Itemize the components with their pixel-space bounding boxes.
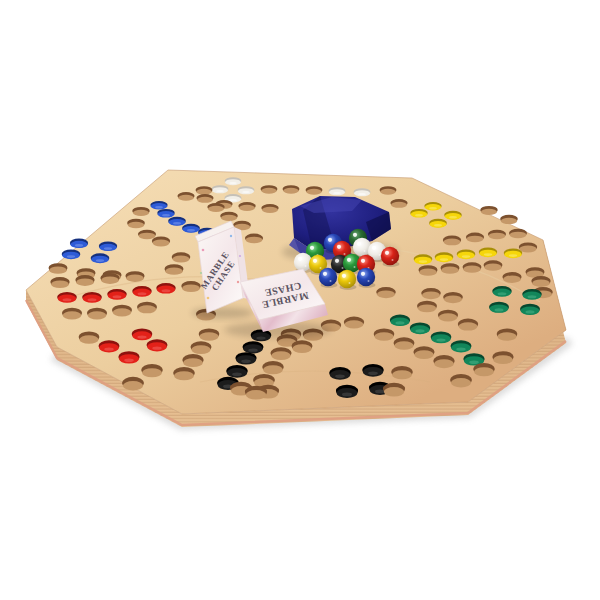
hole-blue[interactable] (62, 249, 81, 259)
hole-unpainted[interactable] (509, 229, 527, 239)
hole-unpainted[interactable] (374, 328, 395, 340)
hole-unpainted[interactable] (417, 301, 437, 313)
hole-blue[interactable] (70, 239, 88, 248)
hole-black[interactable] (242, 341, 263, 353)
hole-blue[interactable] (168, 217, 186, 226)
hole-white[interactable] (329, 187, 346, 195)
hole-unpainted[interactable] (531, 276, 550, 287)
hole-unpainted[interactable] (238, 202, 255, 211)
hole-green[interactable] (451, 340, 472, 352)
hole-unpainted[interactable] (207, 203, 224, 212)
hole-unpainted[interactable] (519, 242, 537, 252)
hole-yellow[interactable] (435, 252, 454, 262)
hole-unpainted[interactable] (100, 273, 119, 284)
hole-unpainted[interactable] (172, 252, 191, 262)
hole-green[interactable] (410, 323, 431, 335)
hole-unpainted[interactable] (438, 310, 458, 322)
hole-unpainted[interactable] (49, 263, 68, 274)
hole-unpainted[interactable] (196, 194, 213, 203)
hole-red[interactable] (132, 286, 152, 297)
box-shadow (191, 308, 253, 319)
marble-red[interactable] (381, 247, 399, 265)
hole-unpainted[interactable] (450, 374, 472, 388)
hole-unpainted[interactable] (463, 262, 482, 273)
hole-green[interactable] (390, 315, 410, 326)
hole-unpainted[interactable] (50, 277, 69, 288)
hole-unpainted[interactable] (458, 319, 478, 331)
hole-unpainted[interactable] (500, 215, 518, 224)
hole-red[interactable] (118, 351, 139, 363)
hole-unpainted[interactable] (261, 185, 278, 193)
hole-black[interactable] (336, 385, 358, 398)
hole-unpainted[interactable] (125, 271, 144, 282)
hole-yellow[interactable] (429, 219, 447, 228)
hole-unpainted[interactable] (165, 264, 184, 275)
hole-unpainted[interactable] (433, 355, 454, 368)
hole-unpainted[interactable] (502, 272, 521, 283)
hole-green[interactable] (492, 286, 512, 297)
hole-unpainted[interactable] (376, 287, 396, 298)
hole-yellow[interactable] (410, 209, 428, 218)
hole-unpainted[interactable] (480, 206, 497, 215)
hole-unpainted[interactable] (421, 288, 441, 299)
hole-green[interactable] (522, 289, 542, 300)
hole-yellow[interactable] (444, 211, 462, 220)
hole-black[interactable] (226, 365, 248, 378)
marble-yellow[interactable] (338, 270, 356, 288)
hole-yellow[interactable] (479, 247, 498, 257)
hole-green[interactable] (431, 331, 452, 343)
hole-red[interactable] (57, 292, 77, 303)
hole-unpainted[interactable] (488, 230, 506, 240)
hole-unpainted[interactable] (138, 230, 156, 240)
hole-unpainted[interactable] (122, 377, 144, 391)
hole-unpainted[interactable] (199, 328, 220, 340)
hole-unpainted[interactable] (245, 234, 263, 244)
hole-unpainted[interactable] (473, 363, 495, 376)
hole-unpainted[interactable] (394, 337, 415, 350)
hole-green[interactable] (520, 304, 540, 315)
hole-unpainted[interactable] (390, 199, 407, 208)
hole-white[interactable] (212, 185, 229, 193)
hole-unpainted[interactable] (181, 281, 200, 292)
hole-black[interactable] (235, 352, 256, 364)
hole-red[interactable] (132, 328, 153, 340)
product-photo: MARBLE CHASE MARBLE CHASE (0, 0, 600, 600)
hole-green[interactable] (489, 302, 509, 313)
hole-black[interactable] (362, 364, 384, 377)
hole-blue[interactable] (157, 209, 175, 218)
hole-red[interactable] (107, 289, 127, 300)
hole-unpainted[interactable] (177, 192, 194, 201)
hole-yellow[interactable] (424, 202, 441, 211)
hole-unpainted[interactable] (270, 347, 291, 360)
hole-unpainted[interactable] (137, 302, 157, 314)
hole-unpainted[interactable] (344, 317, 364, 329)
hole-red[interactable] (147, 339, 168, 351)
hole-unpainted[interactable] (292, 340, 313, 353)
hole-unpainted[interactable] (443, 236, 461, 246)
hole-unpainted[interactable] (127, 219, 145, 228)
hole-unpainted[interactable] (132, 207, 149, 216)
hole-unpainted[interactable] (413, 346, 434, 359)
hole-red[interactable] (99, 340, 120, 352)
hole-unpainted[interactable] (484, 260, 503, 270)
hole-red[interactable] (156, 283, 175, 294)
hole-unpainted[interactable] (466, 233, 484, 243)
hole-unpainted[interactable] (196, 186, 213, 194)
hole-blue[interactable] (182, 224, 200, 233)
hole-unpainted[interactable] (112, 305, 132, 317)
hole-unpainted[interactable] (492, 351, 513, 364)
hole-unpainted[interactable] (173, 367, 195, 380)
hole-yellow[interactable] (504, 248, 523, 258)
hole-unpainted[interactable] (261, 204, 278, 213)
marble-blue[interactable] (319, 268, 337, 286)
hole-blue[interactable] (150, 201, 167, 210)
board-scene: MARBLE CHASE MARBLE CHASE (0, 0, 600, 600)
hole-unpainted[interactable] (380, 186, 397, 194)
hole-unpainted[interactable] (79, 331, 100, 343)
hole-unpainted[interactable] (245, 386, 267, 400)
hole-red[interactable] (82, 292, 102, 303)
hole-unpainted[interactable] (391, 366, 413, 379)
hole-white[interactable] (238, 186, 255, 194)
hole-unpainted[interactable] (182, 354, 203, 367)
hole-yellow[interactable] (414, 254, 433, 264)
hole-unpainted[interactable] (220, 212, 238, 221)
hole-unpainted[interactable] (62, 308, 82, 320)
hole-unpainted[interactable] (190, 341, 211, 354)
hole-unpainted[interactable] (419, 265, 438, 276)
hole-unpainted[interactable] (441, 263, 460, 274)
hole-unpainted[interactable] (283, 185, 300, 193)
hole-unpainted[interactable] (497, 328, 518, 340)
hole-unpainted[interactable] (306, 186, 323, 194)
hole-unpainted[interactable] (152, 237, 170, 247)
hole-blue[interactable] (91, 253, 110, 263)
hole-white[interactable] (354, 188, 371, 196)
hole-unpainted[interactable] (141, 364, 163, 377)
hole-unpainted[interactable] (383, 383, 405, 397)
hole-unpainted[interactable] (75, 275, 94, 286)
marble-blue[interactable] (357, 268, 375, 286)
hole-white[interactable] (225, 177, 242, 185)
hole-blue[interactable] (99, 241, 117, 251)
hole-unpainted[interactable] (87, 308, 107, 320)
hole-yellow[interactable] (457, 249, 476, 259)
hole-black[interactable] (329, 367, 351, 380)
hole-unpainted[interactable] (262, 361, 284, 374)
hole-unpainted[interactable] (443, 292, 463, 303)
